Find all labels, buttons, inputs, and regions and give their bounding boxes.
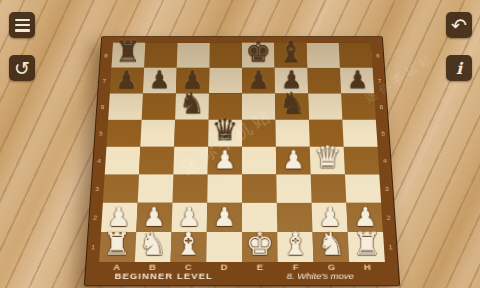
hamburger-icon (15, 19, 30, 32)
square-e6[interactable] (242, 93, 275, 119)
piece-black-queen[interactable]: ♛ (212, 114, 239, 146)
square-a1[interactable]: ♜ (99, 232, 136, 262)
square-d2[interactable]: ♟ (207, 203, 242, 232)
square-a5[interactable] (106, 120, 141, 147)
square-b5[interactable] (140, 120, 175, 147)
square-b8[interactable] (144, 43, 177, 68)
file-label-h: H (349, 263, 385, 272)
board-frame-texts: BEGINNER LEVEL 8. White's move (85, 272, 399, 281)
rank-label-2: 2 (89, 203, 102, 232)
square-h8[interactable] (339, 43, 373, 68)
square-d3[interactable] (207, 174, 242, 202)
level-label: BEGINNER LEVEL (85, 272, 242, 281)
square-a3[interactable] (103, 174, 139, 202)
piece-black-pawn[interactable]: ♟ (248, 66, 270, 92)
undo-arrow-icon: ↶ (451, 14, 467, 37)
piece-white-pawn[interactable]: ♟ (282, 146, 305, 173)
square-b3[interactable] (138, 174, 174, 202)
square-a4[interactable] (105, 147, 141, 175)
piece-white-knight[interactable]: ♞ (139, 227, 167, 261)
square-f3[interactable] (276, 174, 311, 202)
square-c5[interactable] (174, 120, 208, 147)
square-h1[interactable]: ♜ (348, 232, 385, 262)
square-d5[interactable]: ♛ (208, 120, 242, 147)
square-f1[interactable]: ♝ (277, 232, 313, 262)
piece-white-knight[interactable]: ♞ (317, 227, 345, 261)
square-g7[interactable] (307, 68, 341, 94)
info-button[interactable]: i (446, 55, 472, 81)
square-h4[interactable] (344, 147, 380, 175)
move-status-label: 8. White's move (242, 272, 399, 281)
square-g3[interactable] (311, 174, 347, 202)
square-a6[interactable] (108, 93, 143, 119)
rank-label-8: 8 (372, 43, 384, 68)
square-f4[interactable]: ♟ (276, 147, 311, 175)
rotate-ccw-icon: ↺ (14, 57, 30, 80)
square-g1[interactable]: ♞ (312, 232, 349, 262)
piece-black-knight[interactable]: ♞ (179, 88, 205, 119)
piece-black-pawn[interactable]: ♟ (116, 66, 138, 92)
square-e8[interactable]: ♚ (242, 43, 275, 68)
piece-black-bishop[interactable]: ♝ (278, 36, 304, 67)
rank-label-5: 5 (377, 120, 390, 147)
menu-button[interactable] (9, 12, 35, 38)
square-f6[interactable]: ♞ (275, 93, 309, 119)
square-c4[interactable] (173, 147, 208, 175)
file-label-d: D (206, 263, 242, 272)
info-icon: i (456, 59, 462, 78)
piece-black-pawn[interactable]: ♟ (149, 66, 171, 92)
file-label-g: G (313, 263, 349, 272)
app-screen: ↺ ↶ i ♜♚♝♟♟♟♟♟♟♞♞♛♟♟♛♟♟♟♟♟♟♜♞♝♚♝♞♜ 87654… (0, 0, 480, 288)
square-h6[interactable] (341, 93, 376, 119)
reset-button[interactable]: ↺ (9, 55, 35, 81)
square-g6[interactable] (308, 93, 342, 119)
piece-white-queen[interactable]: ♛ (314, 141, 341, 173)
chess-board[interactable]: ♜♚♝♟♟♟♟♟♟♞♞♛♟♟♛♟♟♟♟♟♟♜♞♝♚♝♞♜ 87654321 87… (84, 36, 400, 286)
file-label-a: A (98, 263, 134, 272)
square-e7[interactable]: ♟ (242, 68, 275, 94)
square-d7[interactable] (209, 68, 242, 94)
piece-white-pawn[interactable]: ♟ (213, 203, 236, 231)
rank-label-8: 8 (100, 43, 112, 68)
square-e1[interactable]: ♚ (242, 232, 278, 262)
piece-white-bishop[interactable]: ♝ (174, 227, 202, 261)
rank-label-7: 7 (98, 68, 110, 94)
undo-button[interactable]: ↶ (446, 12, 472, 38)
square-b1[interactable]: ♞ (135, 232, 172, 262)
square-d4[interactable]: ♟ (208, 147, 242, 175)
rank-label-3: 3 (91, 174, 104, 202)
square-c3[interactable] (172, 174, 207, 202)
square-h5[interactable] (342, 120, 377, 147)
piece-white-king[interactable]: ♚ (246, 227, 274, 261)
file-label-e: E (242, 263, 278, 272)
piece-white-bishop[interactable]: ♝ (281, 227, 309, 261)
rank-label-1: 1 (384, 232, 397, 262)
square-d1[interactable] (206, 232, 242, 262)
board-squares: ♜♚♝♟♟♟♟♟♟♞♞♛♟♟♛♟♟♟♟♟♟♜♞♝♚♝♞♜ (99, 43, 385, 262)
piece-white-pawn[interactable]: ♟ (214, 146, 237, 173)
square-a7[interactable]: ♟ (110, 68, 144, 94)
square-b4[interactable] (139, 147, 174, 175)
square-c1[interactable]: ♝ (171, 232, 207, 262)
piece-white-rook[interactable]: ♜ (103, 227, 131, 261)
square-e5[interactable] (242, 120, 276, 147)
square-b6[interactable] (142, 93, 176, 119)
square-g8[interactable] (306, 43, 339, 68)
rank-label-6: 6 (375, 93, 388, 119)
piece-black-king[interactable]: ♚ (245, 36, 271, 67)
square-c6[interactable]: ♞ (175, 93, 209, 119)
rank-label-5: 5 (95, 120, 108, 147)
rank-label-7: 7 (373, 68, 385, 94)
file-label-c: C (170, 263, 206, 272)
rank-label-4: 4 (93, 147, 106, 175)
piece-white-rook[interactable]: ♜ (353, 227, 381, 261)
square-h3[interactable] (345, 174, 381, 202)
square-f8[interactable]: ♝ (274, 43, 307, 68)
file-label-f: F (278, 263, 314, 272)
rank-label-3: 3 (380, 174, 393, 202)
square-e4[interactable] (242, 147, 276, 175)
rank-label-2: 2 (382, 203, 395, 232)
rank-label-6: 6 (96, 93, 109, 119)
square-f5[interactable] (275, 120, 309, 147)
square-d8[interactable] (209, 43, 242, 68)
file-label-b: B (134, 263, 170, 272)
square-e3[interactable] (242, 174, 277, 202)
square-g4[interactable]: ♛ (310, 147, 345, 175)
square-c8[interactable] (177, 43, 210, 68)
piece-black-pawn[interactable]: ♟ (347, 66, 369, 92)
rank-label-1: 1 (87, 232, 100, 262)
square-b7[interactable]: ♟ (143, 68, 177, 94)
file-labels: ABCDEFGH (98, 263, 385, 272)
piece-black-knight[interactable]: ♞ (279, 88, 305, 119)
rank-label-4: 4 (379, 147, 392, 175)
square-h7[interactable]: ♟ (340, 68, 374, 94)
piece-black-rook[interactable]: ♜ (115, 36, 141, 67)
square-a8[interactable]: ♜ (111, 43, 145, 68)
